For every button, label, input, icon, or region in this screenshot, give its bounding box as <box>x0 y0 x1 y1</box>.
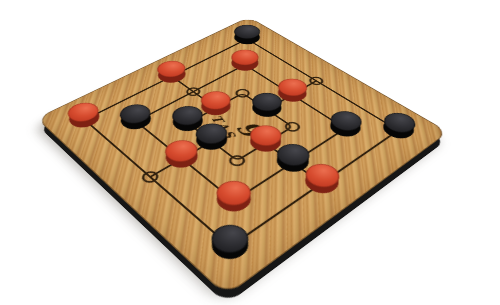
board-point-f2[interactable] <box>204 180 263 223</box>
piece-top-face <box>210 176 258 211</box>
red-piece[interactable] <box>226 54 264 76</box>
black-piece[interactable] <box>229 29 265 49</box>
board-point-b2[interactable] <box>110 105 162 138</box>
photo-stage: 9 TAŞ <box>0 0 500 305</box>
red-piece[interactable] <box>160 144 205 174</box>
red-piece[interactable] <box>210 184 258 219</box>
black-piece[interactable] <box>246 97 287 123</box>
black-piece[interactable] <box>324 115 367 143</box>
points-grid <box>59 27 425 272</box>
board-point-f6[interactable] <box>319 112 372 146</box>
nine-mens-morris-board: 9 TAŞ <box>36 17 448 296</box>
piece-top-face <box>204 219 256 259</box>
